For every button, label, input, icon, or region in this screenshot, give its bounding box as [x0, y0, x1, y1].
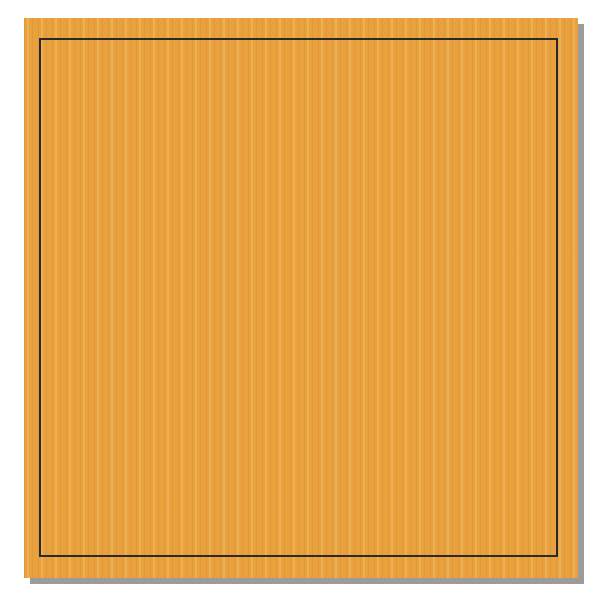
- row-labels-right: [582, 25, 604, 570]
- board-grid: [26, 25, 571, 570]
- goban: [24, 18, 578, 578]
- go-game-screenshot: [0, 0, 607, 603]
- column-labels-top: [26, 2, 571, 18]
- row-labels-left: [0, 25, 22, 570]
- column-labels-bottom: [26, 583, 571, 599]
